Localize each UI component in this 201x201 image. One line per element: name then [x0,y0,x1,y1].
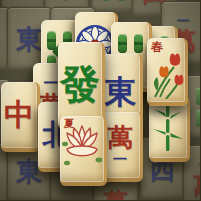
tile-glyph: 萬 [104,190,128,201]
tile-glyph: 一 [199,158,200,171]
bamboo-segment [196,88,200,105]
bamboo-segment [102,0,110,1]
tile-glyph: 一 [177,14,190,27]
tile-spring[interactable]: 春 [147,38,188,106]
tile-glyph: 中 [4,100,34,130]
tile-glyph: 發 [60,64,100,104]
bamboo-segments-icon [196,88,200,127]
tile-glyph: 一 [113,152,127,166]
bamboo-segment [196,110,200,127]
wall-tile-bamboo-top [92,0,135,12]
bamboo-segment [118,34,127,53]
bamboo-segments-icon [102,0,125,1]
tile-glyph: 東 [105,76,137,108]
season-summer-glyph: 夏 [64,119,74,129]
stacked-glyphs: 萬一 [108,125,133,166]
tile-glyph: 萬 [108,125,133,150]
bamboo-segment [117,0,125,1]
tile-glyph: 一 [44,76,59,91]
tile-red-dragon[interactable]: 中 [1,82,40,152]
mahjong-board: 南東一萬一萬東東南中中東東一萬西一萬 春 一萬東 中北萬一發夏 [0,0,200,200]
bamboo-segment [134,34,143,53]
tile-lotus[interactable]: 夏 [60,116,107,186]
tile-glyph: 萬 [194,173,201,197]
bamboo-stalk-icon [149,99,187,155]
tile-glyph: 東 [0,26,1,52]
tile-glyph: 中 [0,162,1,188]
tile-glyph: 東 [17,26,43,52]
season-spring-glyph: 春 [151,41,163,53]
stacked-glyphs: 一萬 [194,158,201,197]
